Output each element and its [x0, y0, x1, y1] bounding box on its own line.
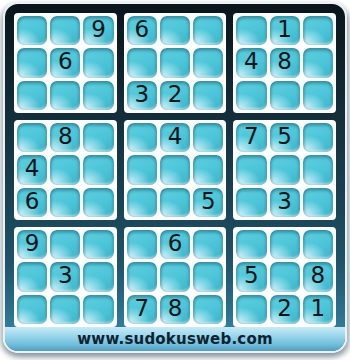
sudoku-cell-r4c9[interactable] [303, 123, 333, 152]
cell-digit: 3 [134, 83, 149, 106]
footer-banner: www.sudokusweb.com [5, 327, 345, 351]
sudoku-cell-r7c1[interactable]: 9 [17, 230, 47, 259]
cell-digit: 4 [25, 157, 40, 180]
sudoku-cell-r1c5[interactable] [160, 16, 190, 45]
sudoku-cell-r9c8[interactable]: 2 [270, 295, 300, 324]
cell-digit: 9 [25, 232, 40, 255]
sudoku-cell-r4c5[interactable]: 4 [160, 123, 190, 152]
sudoku-cell-r2c9[interactable] [303, 48, 333, 77]
sudoku-cell-r7c7[interactable] [236, 230, 266, 259]
sudoku-cell-r7c4[interactable] [127, 230, 157, 259]
sudoku-cell-r5c2[interactable] [50, 155, 80, 184]
sudoku-cell-r7c9[interactable] [303, 230, 333, 259]
sudoku-cell-r1c4[interactable]: 6 [127, 16, 157, 45]
sudoku-cell-r6c3[interactable] [83, 188, 113, 217]
sudoku-cell-r1c3[interactable]: 9 [83, 16, 113, 45]
sudoku-cell-r4c4[interactable] [127, 123, 157, 152]
sudoku-cell-r3c4[interactable]: 3 [127, 81, 157, 110]
sudoku-cell-r2c1[interactable] [17, 48, 47, 77]
sudoku-cell-r2c3[interactable] [83, 48, 113, 77]
sudoku-cell-r6c6[interactable]: 5 [193, 188, 223, 217]
sudoku-cell-r1c6[interactable] [193, 16, 223, 45]
sudoku-box-1: 96 [14, 13, 117, 113]
sudoku-box-2: 632 [124, 13, 227, 113]
sudoku-cell-r8c9[interactable]: 8 [303, 262, 333, 291]
sudoku-cell-r8c8[interactable] [270, 262, 300, 291]
sudoku-box-9: 5821 [233, 227, 336, 327]
sudoku-cell-r5c8[interactable] [270, 155, 300, 184]
sudoku-cell-r3c2[interactable] [50, 81, 80, 110]
sudoku-box-5: 45 [124, 120, 227, 220]
sudoku-cell-r6c7[interactable] [236, 188, 266, 217]
sudoku-cell-r6c5[interactable] [160, 188, 190, 217]
sudoku-cell-r2c7[interactable]: 4 [236, 48, 266, 77]
cell-digit: 6 [134, 18, 149, 41]
sudoku-cell-r9c2[interactable] [50, 295, 80, 324]
sudoku-cell-r9c5[interactable]: 8 [160, 295, 190, 324]
sudoku-box-3: 148 [233, 13, 336, 113]
sudoku-cell-r4c7[interactable]: 7 [236, 123, 266, 152]
sudoku-cell-r3c5[interactable]: 2 [160, 81, 190, 110]
sudoku-cell-r3c9[interactable] [303, 81, 333, 110]
cell-digit: 9 [91, 18, 106, 41]
cell-digit: 8 [168, 297, 183, 320]
sudoku-cell-r6c4[interactable] [127, 188, 157, 217]
sudoku-cell-r9c6[interactable] [193, 295, 223, 324]
sudoku-cell-r3c6[interactable] [193, 81, 223, 110]
sudoku-box-7: 93 [14, 227, 117, 327]
cell-digit: 1 [277, 18, 292, 41]
cell-digit: 8 [58, 125, 73, 148]
cell-digit: 2 [168, 83, 183, 106]
sudoku-cell-r5c6[interactable] [193, 155, 223, 184]
sudoku-cell-r8c2[interactable]: 3 [50, 262, 80, 291]
sudoku-cell-r6c9[interactable] [303, 188, 333, 217]
sudoku-box-6: 753 [233, 120, 336, 220]
sudoku-cell-r6c2[interactable] [50, 188, 80, 217]
sudoku-cell-r2c2[interactable]: 6 [50, 48, 80, 77]
sudoku-cell-r5c1[interactable]: 4 [17, 155, 47, 184]
sudoku-box-8: 678 [124, 227, 227, 327]
cell-digit: 8 [311, 264, 326, 287]
cell-digit: 5 [201, 190, 216, 213]
sudoku-grid: 9663214884645753936785821 [14, 13, 336, 327]
sudoku-cell-r3c7[interactable] [236, 81, 266, 110]
sudoku-cell-r4c1[interactable] [17, 123, 47, 152]
sudoku-board: 9663214884645753936785821 www.sudokusweb… [3, 2, 347, 353]
cell-digit: 2 [277, 297, 292, 320]
cell-digit: 4 [168, 125, 183, 148]
cell-digit: 5 [244, 264, 259, 287]
sudoku-box-4: 846 [14, 120, 117, 220]
sudoku-cell-r1c1[interactable] [17, 16, 47, 45]
sudoku-cell-r8c4[interactable] [127, 262, 157, 291]
sudoku-cell-r9c7[interactable] [236, 295, 266, 324]
sudoku-cell-r2c5[interactable] [160, 48, 190, 77]
sudoku-cell-r9c1[interactable] [17, 295, 47, 324]
sudoku-cell-r8c7[interactable]: 5 [236, 262, 266, 291]
cell-digit: 3 [277, 190, 292, 213]
sudoku-cell-r5c7[interactable] [236, 155, 266, 184]
sudoku-cell-r6c1[interactable]: 6 [17, 188, 47, 217]
sudoku-cell-r4c3[interactable] [83, 123, 113, 152]
sudoku-cell-r8c5[interactable] [160, 262, 190, 291]
sudoku-cell-r3c1[interactable] [17, 81, 47, 110]
sudoku-cell-r3c8[interactable] [270, 81, 300, 110]
sudoku-cell-r5c5[interactable] [160, 155, 190, 184]
sudoku-cell-r7c5[interactable]: 6 [160, 230, 190, 259]
sudoku-cell-r8c1[interactable] [17, 262, 47, 291]
sudoku-cell-r2c6[interactable] [193, 48, 223, 77]
sudoku-cell-r4c2[interactable]: 8 [50, 123, 80, 152]
sudoku-cell-r7c2[interactable] [50, 230, 80, 259]
sudoku-cell-r7c8[interactable] [270, 230, 300, 259]
cell-digit: 5 [277, 125, 292, 148]
website-url[interactable]: www.sudokusweb.com [77, 330, 272, 348]
sudoku-cell-r5c9[interactable] [303, 155, 333, 184]
sudoku-cell-r8c3[interactable] [83, 262, 113, 291]
sudoku-cell-r9c9[interactable]: 1 [303, 295, 333, 324]
sudoku-cell-r2c4[interactable] [127, 48, 157, 77]
sudoku-cell-r1c8[interactable]: 1 [270, 16, 300, 45]
cell-digit: 7 [134, 297, 149, 320]
sudoku-cell-r3c3[interactable] [83, 81, 113, 110]
cell-digit: 6 [58, 50, 73, 73]
sudoku-cell-r4c6[interactable] [193, 123, 223, 152]
sudoku-cell-r1c7[interactable] [236, 16, 266, 45]
sudoku-cell-r7c3[interactable] [83, 230, 113, 259]
sudoku-cell-r8c6[interactable] [193, 262, 223, 291]
sudoku-cell-r4c8[interactable]: 5 [270, 123, 300, 152]
sudoku-cell-r9c4[interactable]: 7 [127, 295, 157, 324]
cell-digit: 7 [244, 125, 259, 148]
sudoku-cell-r2c8[interactable]: 8 [270, 48, 300, 77]
sudoku-cell-r1c9[interactable] [303, 16, 333, 45]
cell-digit: 6 [25, 190, 40, 213]
cell-digit: 4 [244, 50, 259, 73]
sudoku-cell-r9c3[interactable] [83, 295, 113, 324]
cell-digit: 6 [168, 232, 183, 255]
sudoku-cell-r6c8[interactable]: 3 [270, 188, 300, 217]
sudoku-cell-r1c2[interactable] [50, 16, 80, 45]
sudoku-cell-r5c3[interactable] [83, 155, 113, 184]
sudoku-cell-r7c6[interactable] [193, 230, 223, 259]
cell-digit: 3 [58, 264, 73, 287]
sudoku-cell-r5c4[interactable] [127, 155, 157, 184]
cell-digit: 1 [311, 297, 326, 320]
cell-digit: 8 [277, 50, 292, 73]
